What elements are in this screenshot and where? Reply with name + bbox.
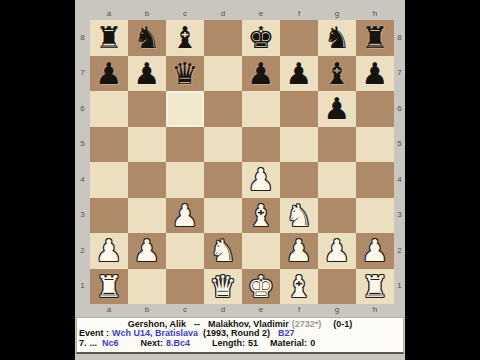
square-e4: ♟ bbox=[242, 162, 280, 198]
rank-label-5: 5 bbox=[394, 127, 405, 163]
square-d7 bbox=[204, 56, 242, 92]
square-a8: ♜ bbox=[90, 20, 128, 56]
square-h7: ♟ bbox=[356, 56, 394, 92]
event-label: Event : bbox=[79, 328, 109, 338]
square-c6 bbox=[166, 91, 204, 127]
event-name: Wch U14, Bratislava bbox=[112, 328, 198, 338]
rank-label-3: 3 bbox=[75, 198, 90, 234]
rank-label-1: 1 bbox=[75, 269, 90, 305]
square-c1 bbox=[166, 269, 204, 305]
piece-white-n-f3: ♞ bbox=[286, 198, 313, 233]
square-e5 bbox=[242, 127, 280, 163]
square-e6 bbox=[242, 91, 280, 127]
file-label-e: e bbox=[242, 9, 280, 19]
square-h2: ♟ bbox=[356, 233, 394, 269]
piece-white-p-b2: ♟ bbox=[134, 233, 161, 268]
square-f7: ♟ bbox=[280, 56, 318, 92]
square-g8: ♞ bbox=[318, 20, 356, 56]
file-label-d: d bbox=[204, 305, 242, 315]
file-label-c: c bbox=[166, 9, 204, 19]
square-e7: ♟ bbox=[242, 56, 280, 92]
square-b1 bbox=[128, 269, 166, 305]
square-f6 bbox=[280, 91, 318, 127]
square-d3 bbox=[204, 198, 242, 234]
square-a7: ♟ bbox=[90, 56, 128, 92]
square-b7: ♟ bbox=[128, 56, 166, 92]
square-b5 bbox=[128, 127, 166, 163]
length-value: 51 bbox=[248, 338, 258, 348]
piece-white-p-f2: ♟ bbox=[286, 233, 313, 268]
square-g2: ♟ bbox=[318, 233, 356, 269]
file-label-g: g bbox=[318, 9, 356, 19]
square-h3 bbox=[356, 198, 394, 234]
move-line: 7....Nc6Next:8.Bc4Length:51Material:0 bbox=[77, 339, 403, 349]
square-h4 bbox=[356, 162, 394, 198]
square-d2: ♞ bbox=[204, 233, 242, 269]
length-label: Length: bbox=[212, 338, 245, 348]
piece-black-b-g7: ♝ bbox=[324, 56, 351, 91]
piece-white-p-c3: ♟ bbox=[172, 198, 199, 233]
piece-black-p-e7: ♟ bbox=[248, 56, 275, 91]
piece-black-n-b8: ♞ bbox=[134, 20, 161, 55]
square-a1: ♜ bbox=[90, 269, 128, 305]
rank-label-5: 5 bbox=[75, 127, 90, 163]
piece-black-r-a8: ♜ bbox=[96, 20, 123, 55]
next-move: 8.Bc4 bbox=[166, 338, 190, 348]
move-dots: ... bbox=[90, 338, 98, 348]
piece-white-p-g2: ♟ bbox=[324, 233, 351, 268]
square-g5 bbox=[318, 127, 356, 163]
rank-label-7: 7 bbox=[394, 56, 405, 92]
square-a5 bbox=[90, 127, 128, 163]
piece-black-b-c8: ♝ bbox=[172, 20, 199, 55]
material-label: Material: bbox=[270, 338, 307, 348]
video-frame: { "game": "chess", "position": { "fen": … bbox=[0, 0, 480, 360]
file-label-h: h bbox=[356, 305, 394, 315]
rank-label-8: 8 bbox=[394, 20, 405, 56]
square-g4 bbox=[318, 162, 356, 198]
file-labels-top: abcdefgh bbox=[90, 2, 394, 19]
file-label-a: a bbox=[90, 9, 128, 19]
square-a4 bbox=[90, 162, 128, 198]
move-number: 7. bbox=[79, 338, 87, 348]
square-d5 bbox=[204, 127, 242, 163]
square-f3: ♞ bbox=[280, 198, 318, 234]
piece-black-q-c7: ♛ bbox=[172, 56, 199, 91]
square-e1: ♚ bbox=[242, 269, 280, 305]
square-c2 bbox=[166, 233, 204, 269]
game-info-panel: Gershon, Alik--Malakhov, Vladimir(2732*)… bbox=[76, 317, 404, 354]
square-e3: ♝ bbox=[242, 198, 280, 234]
square-h1: ♜ bbox=[356, 269, 394, 305]
square-d6 bbox=[204, 91, 242, 127]
rank-label-3: 3 bbox=[394, 198, 405, 234]
piece-black-n-g8: ♞ bbox=[324, 20, 351, 55]
square-a3 bbox=[90, 198, 128, 234]
file-label-h: h bbox=[356, 9, 394, 19]
piece-black-p-a7: ♟ bbox=[96, 56, 123, 91]
square-c5 bbox=[166, 127, 204, 163]
square-h8: ♜ bbox=[356, 20, 394, 56]
eco-code: B27 bbox=[278, 328, 295, 338]
file-label-f: f bbox=[280, 9, 318, 19]
file-label-a: a bbox=[90, 305, 128, 315]
piece-white-k-e1: ♚ bbox=[248, 269, 275, 304]
rank-label-4: 4 bbox=[394, 162, 405, 198]
material-value: 0 bbox=[310, 338, 315, 348]
chess-board: ♜♞♝♚♞♜♟♟♛♟♟♝♟♟♟♟♝♞♟♟♞♟♟♟♜♛♚♝♜ bbox=[90, 20, 394, 304]
piece-white-p-e4: ♟ bbox=[248, 162, 275, 197]
square-g7: ♝ bbox=[318, 56, 356, 92]
file-labels-bottom: abcdefgh bbox=[90, 305, 394, 317]
file-label-c: c bbox=[166, 305, 204, 315]
file-label-e: e bbox=[242, 305, 280, 315]
piece-black-r-h8: ♜ bbox=[362, 20, 389, 55]
square-g6: ♟ bbox=[318, 91, 356, 127]
square-h6 bbox=[356, 91, 394, 127]
rank-label-7: 7 bbox=[75, 56, 90, 92]
square-a2: ♟ bbox=[90, 233, 128, 269]
square-b6 bbox=[128, 91, 166, 127]
square-d1: ♛ bbox=[204, 269, 242, 305]
square-f2: ♟ bbox=[280, 233, 318, 269]
piece-white-p-h2: ♟ bbox=[362, 233, 389, 268]
piece-white-q-d1: ♛ bbox=[210, 269, 237, 304]
square-f5 bbox=[280, 127, 318, 163]
file-label-g: g bbox=[318, 305, 356, 315]
game-result: (0-1) bbox=[333, 319, 352, 329]
piece-black-p-g6: ♟ bbox=[324, 91, 351, 126]
square-g3 bbox=[318, 198, 356, 234]
event-detail: (1993, Round 2) bbox=[203, 328, 270, 338]
rank-label-4: 4 bbox=[75, 162, 90, 198]
piece-black-p-h7: ♟ bbox=[362, 56, 389, 91]
rank-labels-left: 87654321 bbox=[75, 20, 90, 304]
piece-white-n-d2: ♞ bbox=[210, 233, 237, 268]
black-player-rating: (2732*) bbox=[292, 319, 322, 329]
rank-label-6: 6 bbox=[75, 91, 90, 127]
file-label-d: d bbox=[204, 9, 242, 19]
piece-white-b-e3: ♝ bbox=[248, 198, 275, 233]
square-f1: ♝ bbox=[280, 269, 318, 305]
piece-black-k-e8: ♚ bbox=[248, 20, 275, 55]
piece-white-r-a1: ♜ bbox=[96, 269, 123, 304]
square-c8: ♝ bbox=[166, 20, 204, 56]
square-d4 bbox=[204, 162, 242, 198]
square-c7: ♛ bbox=[166, 56, 204, 92]
square-c4 bbox=[166, 162, 204, 198]
square-e8: ♚ bbox=[242, 20, 280, 56]
rank-label-2: 2 bbox=[394, 233, 405, 269]
rank-labels-right: 87654321 bbox=[394, 20, 405, 304]
file-label-f: f bbox=[280, 305, 318, 315]
square-h5 bbox=[356, 127, 394, 163]
rank-label-6: 6 bbox=[394, 91, 405, 127]
rank-label-8: 8 bbox=[75, 20, 90, 56]
file-label-b: b bbox=[128, 305, 166, 315]
piece-black-p-f7: ♟ bbox=[286, 56, 313, 91]
square-b4 bbox=[128, 162, 166, 198]
piece-white-r-h1: ♜ bbox=[362, 269, 389, 304]
square-f8 bbox=[280, 20, 318, 56]
square-a6 bbox=[90, 91, 128, 127]
current-move: Nc6 bbox=[102, 338, 119, 348]
square-b3 bbox=[128, 198, 166, 234]
chess-viewer: abcdefgh 87654321 ♜♞♝♚♞♜♟♟♛♟♟♝♟♟♟♟♝♞♟♟♞♟… bbox=[75, 0, 405, 360]
piece-white-b-f1: ♝ bbox=[286, 269, 313, 304]
square-e2 bbox=[242, 233, 280, 269]
square-f4 bbox=[280, 162, 318, 198]
piece-white-p-a2: ♟ bbox=[96, 233, 123, 268]
next-label: Next: bbox=[141, 338, 164, 348]
square-b2: ♟ bbox=[128, 233, 166, 269]
rank-label-2: 2 bbox=[75, 233, 90, 269]
file-label-b: b bbox=[128, 9, 166, 19]
square-g1 bbox=[318, 269, 356, 305]
square-b8: ♞ bbox=[128, 20, 166, 56]
square-c3: ♟ bbox=[166, 198, 204, 234]
piece-black-p-b7: ♟ bbox=[134, 56, 161, 91]
square-d8 bbox=[204, 20, 242, 56]
rank-label-1: 1 bbox=[394, 269, 405, 305]
